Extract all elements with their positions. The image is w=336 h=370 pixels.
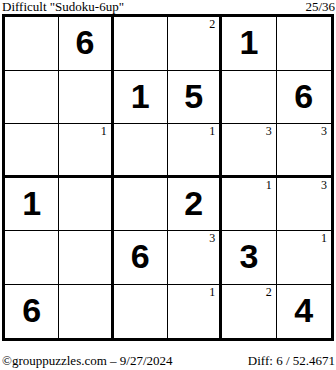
cell-r3c3[interactable] [114, 124, 168, 178]
copyright-text: ©grouppuzzles.com – 9/27/2024 [2, 353, 173, 368]
sudoku-board: 6211561133121363316124 [2, 14, 334, 341]
pencil-mark: 1 [101, 124, 107, 138]
cell-r2c2[interactable] [59, 71, 113, 125]
cell-r2c6[interactable]: 6 [277, 71, 331, 125]
footer: ©grouppuzzles.com – 9/27/2024 Diff: 6 / … [2, 353, 335, 368]
cell-r3c6[interactable]: 3 [277, 124, 331, 178]
pencil-mark: 1 [209, 124, 215, 138]
sudoku-6up-page: Difficult "Sudoku-6up" 25/36 62115611331… [0, 0, 336, 370]
cell-r5c1[interactable] [5, 231, 59, 285]
given-digit: 5 [184, 79, 203, 113]
cell-r5c2[interactable] [59, 231, 113, 285]
pencil-mark: 2 [209, 17, 215, 31]
cell-r4c2[interactable] [59, 178, 113, 232]
cell-r4c6[interactable]: 3 [277, 178, 331, 232]
cell-r4c5[interactable]: 1 [222, 178, 276, 232]
given-digit: 4 [294, 293, 313, 327]
cell-r6c6[interactable]: 4 [277, 285, 331, 339]
given-digit: 6 [76, 25, 95, 59]
pencil-mark: 3 [321, 124, 327, 138]
cell-r1c5[interactable]: 1 [222, 17, 276, 71]
cell-r4c1[interactable]: 1 [5, 178, 59, 232]
cell-r6c5[interactable]: 2 [222, 285, 276, 339]
given-digit: 1 [131, 79, 150, 113]
pencil-mark: 3 [209, 231, 215, 245]
cell-r1c2[interactable]: 6 [59, 17, 113, 71]
difficulty-text: Diff: 6 / 52.4671 [248, 353, 335, 368]
pencil-mark: 3 [266, 124, 272, 138]
cell-r1c1[interactable] [5, 17, 59, 71]
cell-r1c3[interactable] [114, 17, 168, 71]
cell-r5c3[interactable]: 6 [114, 231, 168, 285]
page-number: 25/36 [305, 0, 335, 14]
given-digit: 1 [240, 25, 259, 59]
cell-r6c3[interactable] [114, 285, 168, 339]
cell-r1c6[interactable] [277, 17, 331, 71]
cell-r4c3[interactable] [114, 178, 168, 232]
cell-r6c2[interactable] [59, 285, 113, 339]
given-digit: 6 [22, 293, 41, 327]
cell-r5c4[interactable]: 3 [168, 231, 222, 285]
cell-r5c5[interactable]: 3 [222, 231, 276, 285]
pencil-mark: 1 [321, 231, 327, 245]
given-digit: 2 [184, 186, 203, 220]
pencil-mark: 1 [266, 178, 272, 192]
cell-r2c5[interactable] [222, 71, 276, 125]
given-digit: 1 [22, 186, 41, 220]
given-digit: 6 [294, 79, 313, 113]
cell-r5c6[interactable]: 1 [277, 231, 331, 285]
pencil-mark: 3 [321, 178, 327, 192]
cell-r3c2[interactable]: 1 [59, 124, 113, 178]
cell-r3c5[interactable]: 3 [222, 124, 276, 178]
given-digit: 6 [131, 239, 150, 273]
cell-r4c4[interactable]: 2 [168, 178, 222, 232]
cell-r1c4[interactable]: 2 [168, 17, 222, 71]
cell-r2c4[interactable]: 5 [168, 71, 222, 125]
cell-r3c1[interactable] [5, 124, 59, 178]
pencil-mark: 1 [209, 285, 215, 299]
given-digit: 3 [240, 239, 259, 273]
header: Difficult "Sudoku-6up" 25/36 [2, 0, 335, 14]
cell-r2c3[interactable]: 1 [114, 71, 168, 125]
cell-r6c4[interactable]: 1 [168, 285, 222, 339]
cell-r3c4[interactable]: 1 [168, 124, 222, 178]
pencil-mark: 2 [266, 285, 272, 299]
cell-r2c1[interactable] [5, 71, 59, 125]
cell-r6c1[interactable]: 6 [5, 285, 59, 339]
puzzle-title: Difficult "Sudoku-6up" [2, 0, 124, 14]
